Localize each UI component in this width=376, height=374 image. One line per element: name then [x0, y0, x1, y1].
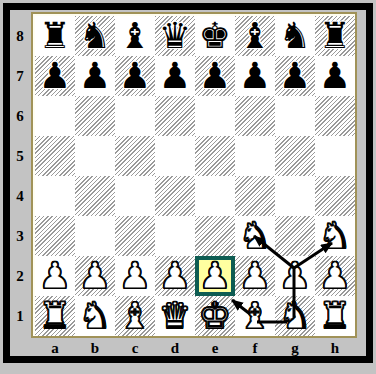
square-b8[interactable]: ♞ [75, 16, 115, 56]
piece-white-knight[interactable]: ♞ [235, 216, 275, 256]
piece-white-knight[interactable]: ♞ [275, 296, 315, 336]
square-g5[interactable] [275, 136, 315, 176]
square-a3[interactable] [35, 216, 75, 256]
piece-black-bishop[interactable]: ♝ [235, 16, 275, 56]
square-c7[interactable]: ♟ [115, 56, 155, 96]
square-e2[interactable]: ♟ [195, 256, 235, 296]
square-d8[interactable]: ♛ [155, 16, 195, 56]
square-f8[interactable]: ♝ [235, 16, 275, 56]
file-label-g: g [275, 340, 315, 356]
piece-white-rook[interactable]: ♜ [35, 296, 75, 336]
square-a7[interactable]: ♟ [35, 56, 75, 96]
square-h3[interactable]: ♞ [315, 216, 355, 256]
square-g8[interactable]: ♞ [275, 16, 315, 56]
file-label-b: b [75, 340, 115, 356]
square-g4[interactable] [275, 176, 315, 216]
piece-black-pawn[interactable]: ♟ [275, 56, 315, 96]
square-b5[interactable] [75, 136, 115, 176]
square-h7[interactable]: ♟ [315, 56, 355, 96]
square-g7[interactable]: ♟ [275, 56, 315, 96]
piece-black-pawn[interactable]: ♟ [235, 56, 275, 96]
square-e1[interactable]: ♚ [195, 296, 235, 336]
piece-black-knight[interactable]: ♞ [75, 16, 115, 56]
piece-white-rook[interactable]: ♜ [315, 296, 355, 336]
square-f7[interactable]: ♟ [235, 56, 275, 96]
square-f1[interactable]: ♝ [235, 296, 275, 336]
piece-white-pawn[interactable]: ♟ [115, 256, 155, 296]
piece-black-rook[interactable]: ♜ [35, 16, 75, 56]
piece-white-king[interactable]: ♚ [195, 296, 235, 336]
file-label-f: f [235, 340, 275, 356]
file-label-c: c [115, 340, 155, 356]
piece-white-pawn[interactable]: ♟ [195, 256, 235, 296]
piece-black-pawn[interactable]: ♟ [195, 56, 235, 96]
piece-black-pawn[interactable]: ♟ [115, 56, 155, 96]
square-d6[interactable] [155, 96, 195, 136]
chess-diagram-window: { "game": "chess", "board": { "files": [… [0, 0, 376, 374]
square-c8[interactable]: ♝ [115, 16, 155, 56]
square-h5[interactable] [315, 136, 355, 176]
rank-label-4: 4 [10, 176, 30, 216]
piece-white-bishop[interactable]: ♝ [115, 296, 155, 336]
square-g1[interactable]: ♞ [275, 296, 315, 336]
square-a4[interactable] [35, 176, 75, 216]
file-label-e: e [195, 340, 235, 356]
piece-black-king[interactable]: ♚ [195, 16, 235, 56]
square-h8[interactable]: ♜ [315, 16, 355, 56]
piece-white-pawn[interactable]: ♟ [35, 256, 75, 296]
square-b1[interactable]: ♞ [75, 296, 115, 336]
rank-label-5: 5 [10, 136, 30, 176]
square-h6[interactable] [315, 96, 355, 136]
square-b4[interactable] [75, 176, 115, 216]
square-c2[interactable]: ♟ [115, 256, 155, 296]
square-f2[interactable]: ♟ [235, 256, 275, 296]
square-c1[interactable]: ♝ [115, 296, 155, 336]
square-a5[interactable] [35, 136, 75, 176]
piece-white-pawn[interactable]: ♟ [155, 256, 195, 296]
square-a8[interactable]: ♜ [35, 16, 75, 56]
square-c6[interactable] [115, 96, 155, 136]
square-b3[interactable] [75, 216, 115, 256]
square-d1[interactable]: ♛ [155, 296, 195, 336]
piece-white-knight[interactable]: ♞ [315, 216, 355, 256]
square-d4[interactable] [155, 176, 195, 216]
board-border: ♜♞♝♛♚♝♞♜♟♟♟♟♟♟♟♟♞♞♟♟♟♟♟♟♟♟♜♞♝♛♚♝♞♜ [31, 12, 357, 338]
piece-black-pawn[interactable]: ♟ [315, 56, 355, 96]
piece-black-pawn[interactable]: ♟ [35, 56, 75, 96]
piece-white-pawn[interactable]: ♟ [275, 256, 315, 296]
square-b7[interactable]: ♟ [75, 56, 115, 96]
rank-label-7: 7 [10, 56, 30, 96]
square-c4[interactable] [115, 176, 155, 216]
square-f4[interactable] [235, 176, 275, 216]
rank-label-3: 3 [10, 216, 30, 256]
square-h4[interactable] [315, 176, 355, 216]
file-labels: a b c d e f g h [35, 340, 355, 356]
square-c3[interactable] [115, 216, 155, 256]
square-e5[interactable] [195, 136, 235, 176]
square-b2[interactable]: ♟ [75, 256, 115, 296]
square-d5[interactable] [155, 136, 195, 176]
square-e8[interactable]: ♚ [195, 16, 235, 56]
square-e7[interactable]: ♟ [195, 56, 235, 96]
piece-white-queen[interactable]: ♛ [155, 296, 195, 336]
piece-white-knight[interactable]: ♞ [75, 296, 115, 336]
rank-label-6: 6 [10, 96, 30, 136]
piece-black-knight[interactable]: ♞ [275, 16, 315, 56]
piece-white-pawn[interactable]: ♟ [315, 256, 355, 296]
rank-labels: 8 7 6 5 4 3 2 1 [10, 16, 30, 336]
square-g6[interactable] [275, 96, 315, 136]
square-f6[interactable] [235, 96, 275, 136]
piece-black-rook[interactable]: ♜ [315, 16, 355, 56]
file-label-d: d [155, 340, 195, 356]
square-d7[interactable]: ♟ [155, 56, 195, 96]
square-h2[interactable]: ♟ [315, 256, 355, 296]
chess-board[interactable]: ♜♞♝♛♚♝♞♜♟♟♟♟♟♟♟♟♞♞♟♟♟♟♟♟♟♟♜♞♝♛♚♝♞♜ [35, 16, 355, 336]
rank-label-2: 2 [10, 256, 30, 296]
square-g2[interactable]: ♟ [275, 256, 315, 296]
file-label-h: h [315, 340, 355, 356]
square-e3[interactable] [195, 216, 235, 256]
file-label-a: a [35, 340, 75, 356]
piece-black-queen[interactable]: ♛ [155, 16, 195, 56]
piece-white-pawn[interactable]: ♟ [75, 256, 115, 296]
square-a1[interactable]: ♜ [35, 296, 75, 336]
square-a2[interactable]: ♟ [35, 256, 75, 296]
square-c5[interactable] [115, 136, 155, 176]
piece-white-bishop[interactable]: ♝ [235, 296, 275, 336]
square-e4[interactable] [195, 176, 235, 216]
square-f3[interactable]: ♞ [235, 216, 275, 256]
square-h1[interactable]: ♜ [315, 296, 355, 336]
square-g3[interactable] [275, 216, 315, 256]
rank-label-8: 8 [10, 16, 30, 56]
rank-label-1: 1 [10, 296, 30, 336]
square-d3[interactable] [155, 216, 195, 256]
piece-white-pawn[interactable]: ♟ [235, 256, 275, 296]
piece-black-pawn[interactable]: ♟ [75, 56, 115, 96]
piece-black-pawn[interactable]: ♟ [155, 56, 195, 96]
square-d2[interactable]: ♟ [155, 256, 195, 296]
piece-black-bishop[interactable]: ♝ [115, 16, 155, 56]
square-f5[interactable] [235, 136, 275, 176]
square-a6[interactable] [35, 96, 75, 136]
square-e6[interactable] [195, 96, 235, 136]
square-b6[interactable] [75, 96, 115, 136]
